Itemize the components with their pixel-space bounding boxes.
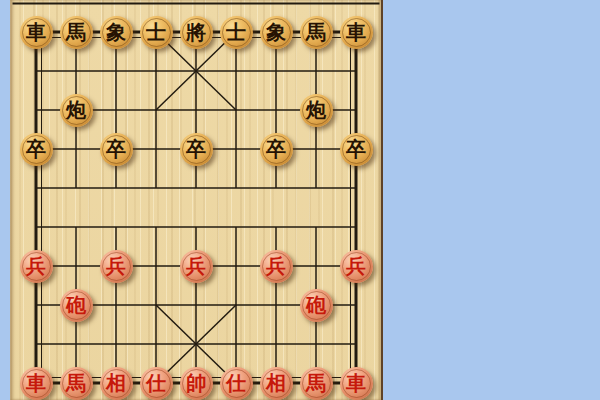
piece-glyph: 相 (106, 373, 126, 393)
piece-glyph: 士 (146, 22, 166, 42)
piece-glyph: 兵 (346, 256, 366, 276)
piece-glyph: 車 (346, 373, 366, 393)
piece-black-elephant[interactable]: 象 (100, 16, 133, 49)
app-background: 車馬象士將士象馬車炮炮卒卒卒卒卒兵兵兵兵兵砲砲車馬相仕帥仕相馬車 (0, 0, 600, 400)
piece-black-soldier[interactable]: 卒 (100, 133, 133, 166)
piece-glyph: 車 (26, 373, 46, 393)
piece-layer: 車馬象士將士象馬車炮炮卒卒卒卒卒兵兵兵兵兵砲砲車馬相仕帥仕相馬車 (16, 13, 376, 400)
piece-red-horse[interactable]: 馬 (60, 367, 93, 400)
piece-red-elephant[interactable]: 相 (100, 367, 133, 400)
piece-glyph: 兵 (186, 256, 206, 276)
xiangqi-board[interactable]: 車馬象士將士象馬車炮炮卒卒卒卒卒兵兵兵兵兵砲砲車馬相仕帥仕相馬車 (10, 0, 383, 400)
piece-glyph: 卒 (106, 139, 126, 159)
piece-glyph: 將 (186, 22, 206, 42)
piece-glyph: 馬 (306, 22, 326, 42)
piece-glyph: 兵 (26, 256, 46, 276)
piece-black-horse[interactable]: 馬 (300, 16, 333, 49)
piece-glyph: 卒 (186, 139, 206, 159)
piece-black-advisor[interactable]: 士 (220, 16, 253, 49)
piece-red-chariot[interactable]: 車 (20, 367, 53, 400)
piece-glyph: 相 (266, 373, 286, 393)
piece-red-advisor[interactable]: 仕 (220, 367, 253, 400)
piece-glyph: 卒 (266, 139, 286, 159)
piece-red-soldier[interactable]: 兵 (20, 250, 53, 283)
piece-black-cannon[interactable]: 炮 (60, 94, 93, 127)
piece-black-horse[interactable]: 馬 (60, 16, 93, 49)
piece-glyph: 卒 (26, 139, 46, 159)
piece-red-cannon[interactable]: 砲 (60, 289, 93, 322)
piece-red-chariot[interactable]: 車 (340, 367, 373, 400)
piece-glyph: 士 (226, 22, 246, 42)
piece-black-soldier[interactable]: 卒 (20, 133, 53, 166)
piece-red-elephant[interactable]: 相 (260, 367, 293, 400)
piece-black-chariot[interactable]: 車 (20, 16, 53, 49)
piece-glyph: 車 (26, 22, 46, 42)
piece-glyph: 兵 (106, 256, 126, 276)
piece-glyph: 砲 (66, 295, 86, 315)
piece-glyph: 砲 (306, 295, 326, 315)
piece-black-advisor[interactable]: 士 (140, 16, 173, 49)
piece-glyph: 炮 (66, 100, 86, 120)
piece-red-soldier[interactable]: 兵 (180, 250, 213, 283)
piece-black-chariot[interactable]: 車 (340, 16, 373, 49)
piece-glyph: 帥 (186, 373, 206, 393)
piece-black-soldier[interactable]: 卒 (340, 133, 373, 166)
piece-red-cannon[interactable]: 砲 (300, 289, 333, 322)
piece-glyph: 馬 (306, 373, 326, 393)
piece-glyph: 馬 (66, 22, 86, 42)
piece-glyph: 仕 (146, 373, 166, 393)
piece-glyph: 象 (266, 22, 286, 42)
piece-black-cannon[interactable]: 炮 (300, 94, 333, 127)
piece-glyph: 兵 (266, 256, 286, 276)
piece-red-horse[interactable]: 馬 (300, 367, 333, 400)
piece-glyph: 仕 (226, 373, 246, 393)
piece-glyph: 馬 (66, 373, 86, 393)
piece-black-soldier[interactable]: 卒 (180, 133, 213, 166)
piece-red-soldier[interactable]: 兵 (340, 250, 373, 283)
piece-glyph: 卒 (346, 139, 366, 159)
piece-glyph: 車 (346, 22, 366, 42)
piece-glyph: 炮 (306, 100, 326, 120)
piece-black-soldier[interactable]: 卒 (260, 133, 293, 166)
piece-red-soldier[interactable]: 兵 (100, 250, 133, 283)
piece-black-general[interactable]: 將 (180, 16, 213, 49)
piece-black-elephant[interactable]: 象 (260, 16, 293, 49)
piece-red-soldier[interactable]: 兵 (260, 250, 293, 283)
piece-glyph: 象 (106, 22, 126, 42)
piece-red-advisor[interactable]: 仕 (140, 367, 173, 400)
piece-red-general[interactable]: 帥 (180, 367, 213, 400)
